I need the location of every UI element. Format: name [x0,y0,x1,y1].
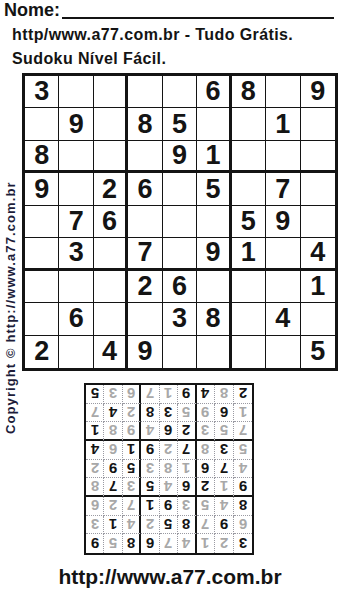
solution-given-digit: 8 [146,405,154,420]
solution-given-digit: 8 [182,517,190,532]
cell-r3c2[interactable] [59,141,93,173]
solution-cell-r5c7: 5 [123,460,141,479]
cell-r1c3[interactable] [94,76,128,108]
cell-r8c3[interactable] [94,303,128,335]
cell-r4c8: 7 [266,173,300,205]
cell-r4c4: 6 [128,173,162,205]
solution-solved-digit: 5 [109,536,117,551]
solution-given-digit: 4 [201,386,209,401]
cell-r4c1: 9 [25,173,59,205]
cell-r6c9: 4 [301,238,335,270]
footer-url: http://www.a77.com.br [0,565,340,589]
solution-cell-r6c3: 8 [197,441,215,460]
solution-given-digit: 1 [127,442,135,457]
cell-r3c9[interactable] [301,141,335,173]
solution-given-digit: 4 [91,442,99,457]
cell-r8c9[interactable] [301,303,335,335]
solution-cell-r3c9: 6 [86,497,104,516]
solution-solved-digit: 6 [127,386,135,401]
solution-cell-r2c2: 9 [215,516,233,535]
solution-given-digit: 1 [146,498,154,513]
solution-cell-r4c7: 3 [123,478,141,497]
solution-cell-r8c7: 2 [123,404,141,423]
name-label: Nome: [4,1,60,19]
solution-cell-r7c3: 3 [197,422,215,441]
solution-solved-digit: 7 [164,536,172,551]
cell-r6c5[interactable] [163,238,197,270]
solution-given-digit: 6 [201,461,209,476]
solution-solved-digit: 2 [127,405,135,420]
solution-solved-digit: 5 [239,442,247,457]
cell-r5c1[interactable] [25,206,59,238]
solution-given-digit: 5 [146,479,154,494]
solution-cell-r6c9: 4 [86,441,104,460]
solution-solved-digit: 4 [182,536,190,551]
cell-r8c2: 6 [59,303,93,335]
solution-cell-r6c2: 3 [215,441,233,460]
solution-solved-digit: 3 [91,517,99,532]
solution-solved-digit: 1 [182,461,190,476]
solution-given-digit: 1 [109,517,117,532]
solution-given-digit: 9 [164,498,172,513]
copyright-vertical-text: Copyright © http://www.a77.com.br [3,82,18,434]
cell-r7c5: 6 [163,271,197,303]
solution-cell-r4c9: 8 [86,478,104,497]
cell-r8c5: 3 [163,303,197,335]
solution-cell-r5c4: 1 [178,460,196,479]
cell-r9c3: 4 [94,336,128,368]
solution-solved-digit: 6 [239,517,247,532]
cell-r2c7[interactable] [232,108,266,140]
solution-solved-digit: 7 [127,498,135,513]
solution-solved-digit: 8 [201,442,209,457]
solution-given-digit: 2 [201,479,209,494]
solution-cell-r8c4: 5 [178,404,196,423]
solution-given-digit: 6 [146,536,154,551]
solution-cell-r9c6: 7 [141,385,159,404]
solution-cell-r2c4: 8 [178,516,196,535]
solution-solved-digit: 9 [127,423,135,438]
cell-r5c5[interactable] [163,206,197,238]
cell-r7c9: 1 [301,271,335,303]
solution-cell-r6c1: 5 [234,441,252,460]
solution-given-digit: 8 [239,498,247,513]
solution-cell-r2c3: 7 [197,516,215,535]
solution-cell-r6c7: 1 [123,441,141,460]
solution-solved-digit: 3 [146,461,154,476]
solution-cell-r5c9: 2 [86,460,104,479]
solution-cell-r7c2: 5 [215,422,233,441]
solution-solved-digit: 1 [201,536,209,551]
cell-r2c6[interactable] [197,108,231,140]
solution-solved-digit: 8 [91,479,99,494]
solution-solved-digit: 2 [164,442,172,457]
cell-r3c1: 8 [25,141,59,173]
cell-r4c6: 5 [197,173,231,205]
solution-solved-digit: 7 [239,423,247,438]
solution-solved-digit: 3 [109,386,117,401]
solution-cell-r8c3: 9 [197,404,215,423]
solution-cell-r3c8: 2 [104,497,122,516]
solution-given-digit: 9 [239,479,247,494]
cell-r4c5[interactable] [163,173,197,205]
cell-r5c7: 5 [232,206,266,238]
solution-given-digit: 3 [220,442,228,457]
solution-cell-r8c9: 7 [86,404,104,423]
cell-r5c8: 9 [266,206,300,238]
solution-given-digit: 4 [109,405,117,420]
cell-r2c9[interactable] [301,108,335,140]
solution-cell-r9c8: 3 [104,385,122,404]
cell-r2c4: 8 [128,108,162,140]
solution-cell-r6c6: 9 [141,441,159,460]
solution-solved-digit: 8 [109,423,117,438]
solution-given-digit: 3 [239,536,247,551]
cell-r3c5: 9 [163,141,197,173]
solution-cell-r4c5: 4 [160,478,178,497]
solution-solved-digit: 4 [220,498,228,513]
solution-given-digit: 8 [127,536,135,551]
solution-solved-digit: 2 [220,536,228,551]
puzzle-level-title: Sudoku Nível Fácil. [12,50,166,68]
solution-solved-digit: 1 [164,386,172,401]
solution-cell-r7c4: 2 [178,422,196,441]
solution-solved-digit: 6 [91,498,99,513]
solution-cell-r1c8: 5 [104,534,122,553]
name-fill-line[interactable] [62,15,334,19]
cell-r6c2: 3 [59,238,93,270]
cell-r1c9: 9 [301,76,335,108]
solution-cell-r1c3: 1 [197,534,215,553]
solution-cell-r7c9: 1 [86,422,104,441]
cell-r1c8[interactable] [266,76,300,108]
cell-r8c4[interactable] [128,303,162,335]
cell-r4c3: 2 [94,173,128,205]
solution-cell-r8c5: 3 [160,404,178,423]
solution-cell-r8c2: 6 [215,404,233,423]
cell-r8c8: 4 [266,303,300,335]
solution-cell-r1c1: 3 [234,534,252,553]
cell-r2c5: 5 [163,108,197,140]
solution-cell-r1c7: 8 [123,534,141,553]
solution-solved-digit: 3 [182,498,190,513]
solution-given-digit: 5 [91,386,99,401]
cell-r7c4: 2 [128,271,162,303]
solution-given-digit: 2 [239,386,247,401]
cell-r7c1[interactable] [25,271,59,303]
solution-cell-r4c3: 2 [197,478,215,497]
solution-cell-r8c8: 4 [104,404,122,423]
solution-cell-r2c8: 1 [104,516,122,535]
cell-r8c1[interactable] [25,303,59,335]
cell-r9c6[interactable] [197,336,231,368]
cell-r6c6: 9 [197,238,231,270]
solution-solved-digit: 6 [109,442,117,457]
solution-cell-r7c8: 8 [104,422,122,441]
solution-cell-r7c6: 4 [141,422,159,441]
solution-solved-digit: 3 [127,479,135,494]
solution-solved-digit: 1 [239,405,247,420]
cell-r7c2[interactable] [59,271,93,303]
name-row: Nome: [4,1,334,19]
solution-cell-r4c4: 6 [178,478,196,497]
solution-cell-r6c5: 2 [160,441,178,460]
solution-cell-r6c4: 7 [178,441,196,460]
solution-solved-digit: 7 [146,386,154,401]
cell-r2c8: 1 [266,108,300,140]
solution-given-digit: 9 [146,442,154,457]
cell-r9c5[interactable] [163,336,197,368]
solution-cell-r1c5: 7 [160,534,178,553]
cell-r6c3[interactable] [94,238,128,270]
solution-cell-r1c2: 2 [215,534,233,553]
cell-r7c6[interactable] [197,271,231,303]
solution-cell-r7c5: 6 [160,422,178,441]
solution-cell-r8c1: 1 [234,404,252,423]
solution-cell-r8c6: 8 [141,404,159,423]
solution-given-digit: 6 [182,479,190,494]
cell-r4c7[interactable] [232,173,266,205]
solution-given-digit: 1 [91,423,99,438]
solution-cell-r2c5: 5 [160,516,178,535]
solution-solved-digit: 9 [201,405,209,420]
cell-r5c2: 7 [59,206,93,238]
solution-given-digit: 9 [220,517,228,532]
solution-cell-r9c2: 8 [215,385,233,404]
solution-cell-r4c2: 1 [215,478,233,497]
solution-cell-r2c1: 6 [234,516,252,535]
cell-r8c6: 8 [197,303,231,335]
cell-r2c2: 9 [59,108,93,140]
cell-r1c4[interactable] [128,76,162,108]
solution-cell-r5c8: 9 [104,460,122,479]
solution-solved-digit: 4 [164,479,172,494]
solution-given-digit: 7 [220,461,228,476]
solution-given-digit: 7 [182,442,190,457]
solution-solved-digit: 4 [146,423,154,438]
solution-cell-r9c1: 2 [234,385,252,404]
solution-solved-digit: 4 [239,461,247,476]
solution-solved-digit: 2 [146,517,154,532]
solution-cell-r7c7: 9 [123,422,141,441]
solution-cell-r7c1: 7 [234,422,252,441]
solution-cell-r2c6: 2 [141,516,159,535]
solution-cell-r3c3: 5 [197,497,215,516]
cell-r7c3[interactable] [94,271,128,303]
solution-cell-r6c8: 6 [104,441,122,460]
solution-cell-r3c7: 7 [123,497,141,516]
cell-r8c7[interactable] [232,303,266,335]
solution-solved-digit: 5 [201,498,209,513]
solution-cell-r9c9: 5 [86,385,104,404]
solution-cell-r3c5: 9 [160,497,178,516]
cell-r5c3: 6 [94,206,128,238]
solution-cell-r9c3: 4 [197,385,215,404]
solution-given-digit: 9 [109,461,117,476]
cell-r9c7[interactable] [232,336,266,368]
solution-cell-r9c4: 9 [178,385,196,404]
sudoku-puzzle-grid: 368998518919265776593791426163842495 [22,73,338,371]
solution-given-digit: 9 [182,386,190,401]
cell-r2c3[interactable] [94,108,128,140]
solution-given-digit: 6 [220,405,228,420]
solution-solved-digit: 5 [182,405,190,420]
solution-cell-r3c1: 8 [234,497,252,516]
cell-r4c2[interactable] [59,173,93,205]
cell-r3c6: 1 [197,141,231,173]
cell-r9c1: 2 [25,336,59,368]
cell-r2c1[interactable] [25,108,59,140]
cell-r9c2[interactable] [59,336,93,368]
solution-cell-r1c6: 6 [141,534,159,553]
sudoku-solution-grid-rotated: 5367194827428359611894623574619278352953… [84,383,254,555]
cell-r9c8[interactable] [266,336,300,368]
solution-given-digit: 5 [164,517,172,532]
cell-r1c7: 8 [232,76,266,108]
solution-cell-r9c5: 1 [160,385,178,404]
solution-cell-r4c8: 7 [104,478,122,497]
solution-cell-r1c9: 9 [86,534,104,553]
solution-cell-r3c2: 4 [215,497,233,516]
solution-cell-r5c5: 8 [160,460,178,479]
solution-cell-r5c1: 4 [234,460,252,479]
solution-given-digit: 9 [91,536,99,551]
cell-r6c4: 7 [128,238,162,270]
cell-r5c9[interactable] [301,206,335,238]
solution-solved-digit: 2 [91,461,99,476]
cell-r3c3[interactable] [94,141,128,173]
solution-given-digit: 5 [127,461,135,476]
site-title: http/www.a77.com.br - Tudo Grátis. [12,26,293,44]
cell-r6c7: 1 [232,238,266,270]
solution-solved-digit: 4 [127,517,135,532]
cell-r1c5[interactable] [163,76,197,108]
cell-r7c8[interactable] [266,271,300,303]
cell-r9c4: 9 [128,336,162,368]
cell-r1c1: 3 [25,76,59,108]
solution-cell-r1c4: 4 [178,534,196,553]
solution-cell-r4c6: 5 [141,478,159,497]
sudoku-worksheet-page: { "game": "sudoku", "header": { "name_la… [0,0,340,596]
solution-solved-digit: 2 [109,498,117,513]
cell-r6c8[interactable] [266,238,300,270]
cell-r9c9: 5 [301,336,335,368]
solution-solved-digit: 5 [220,423,228,438]
cell-r3c4[interactable] [128,141,162,173]
solution-solved-digit: 8 [220,386,228,401]
cell-r6c1[interactable] [25,238,59,270]
solution-cell-r3c6: 1 [141,497,159,516]
solution-solved-digit: 8 [164,461,172,476]
cell-r4c9[interactable] [301,173,335,205]
solution-cell-r4c1: 9 [234,478,252,497]
solution-given-digit: 7 [109,479,117,494]
cell-r3c8[interactable] [266,141,300,173]
solution-cell-r5c2: 7 [215,460,233,479]
solution-solved-digit: 3 [201,423,209,438]
cell-r5c4[interactable] [128,206,162,238]
solution-given-digit: 6 [164,423,172,438]
solution-solved-digit: 1 [220,479,228,494]
solution-solved-digit: 7 [201,517,209,532]
cell-r7c7[interactable] [232,271,266,303]
solution-solved-digit: 7 [91,405,99,420]
solution-given-digit: 2 [182,423,190,438]
cell-r3c7[interactable] [232,141,266,173]
solution-given-digit: 3 [164,405,172,420]
solution-cell-r5c6: 3 [141,460,159,479]
cell-r1c6: 6 [197,76,231,108]
cell-r5c6[interactable] [197,206,231,238]
solution-cell-r9c7: 6 [123,385,141,404]
solution-cell-r2c9: 3 [86,516,104,535]
solution-cell-r5c3: 6 [197,460,215,479]
solution-cell-r2c7: 4 [123,516,141,535]
cell-r1c2[interactable] [59,76,93,108]
solution-cell-r3c4: 3 [178,497,196,516]
